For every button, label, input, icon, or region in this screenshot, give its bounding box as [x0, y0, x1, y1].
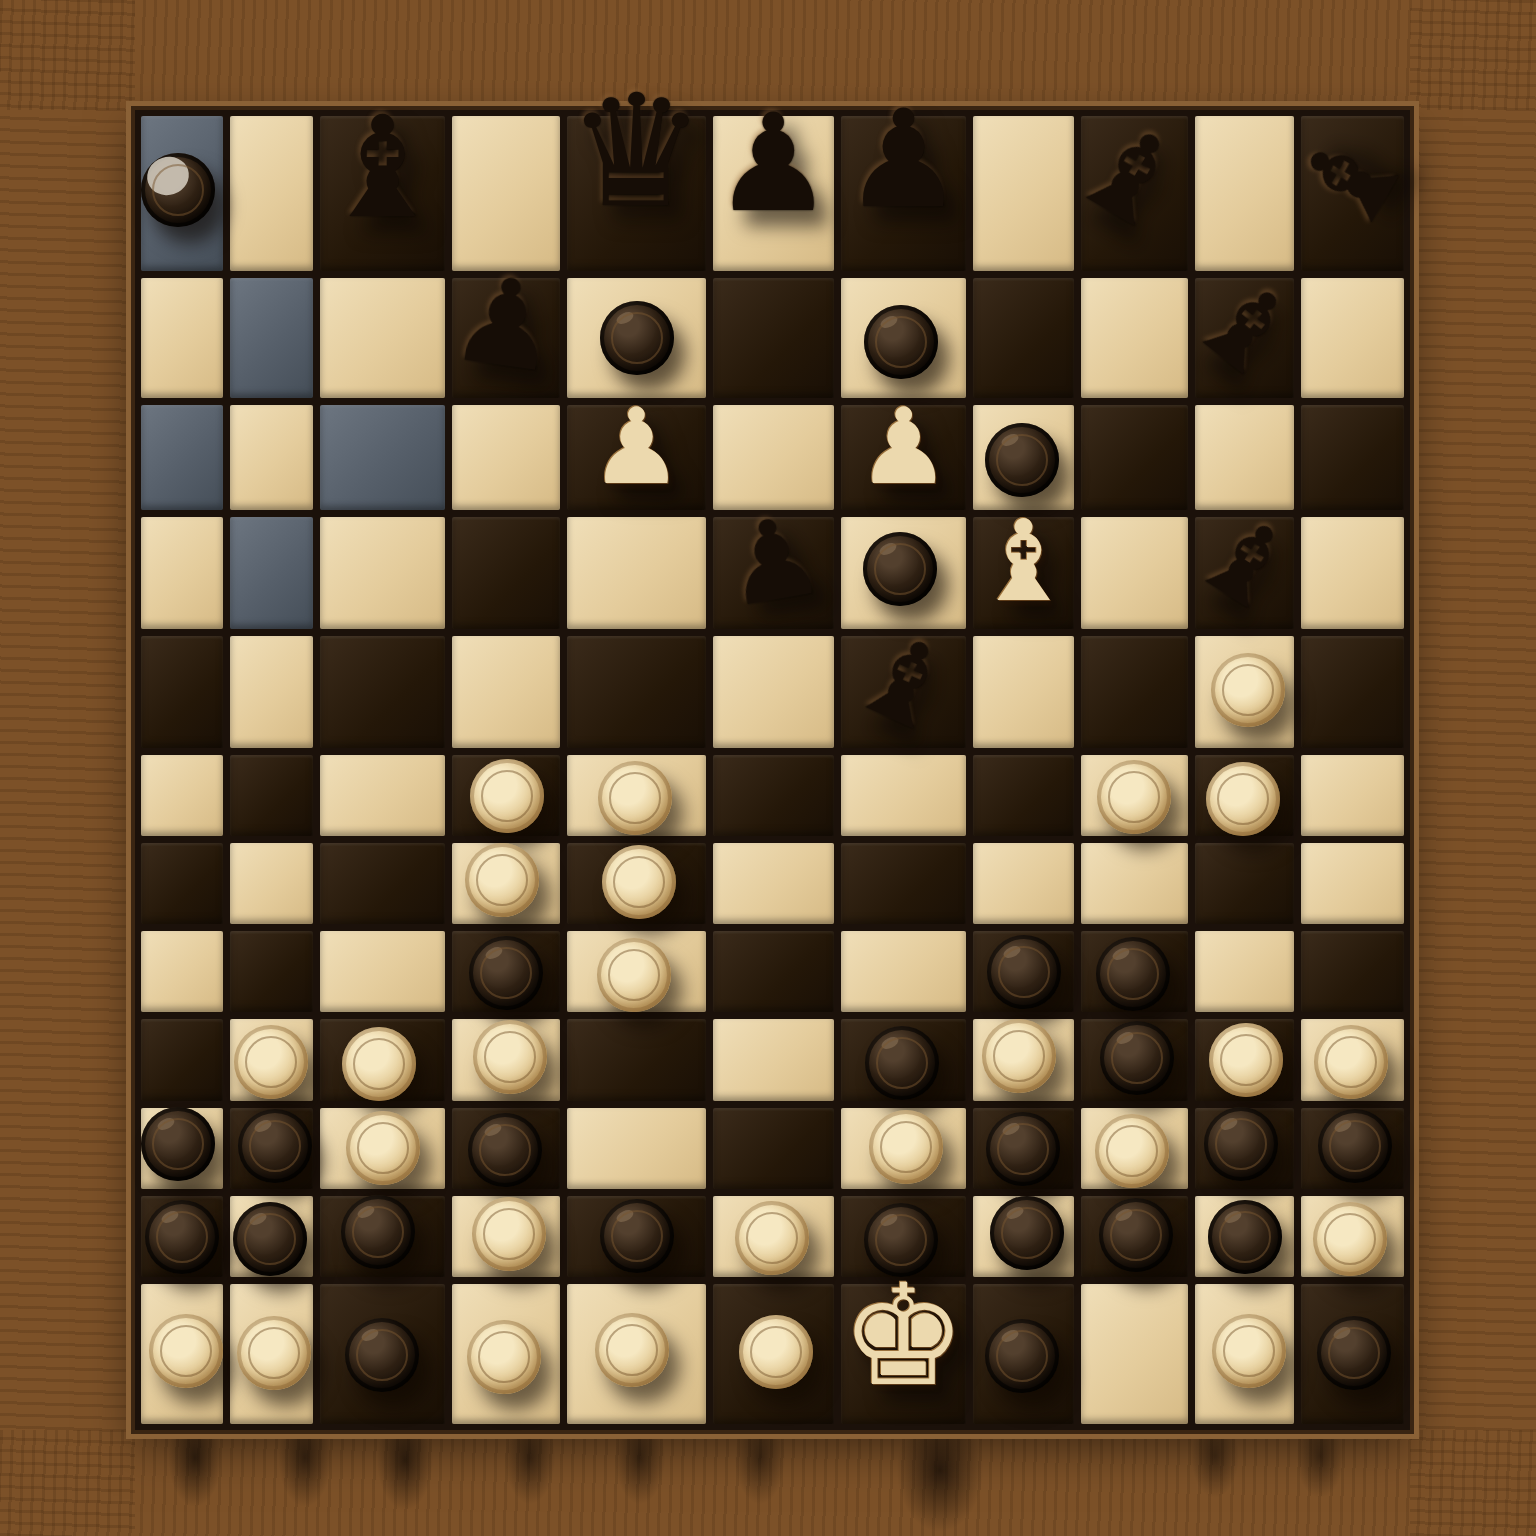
- black-pawn-disc[interactable]: [987, 935, 1061, 1009]
- square-r5c1[interactable]: [230, 755, 312, 836]
- white-pawn-disc[interactable]: [1313, 1202, 1387, 1276]
- white-pawn-disc[interactable]: [597, 938, 671, 1012]
- square-r7c3[interactable]: [452, 931, 560, 1012]
- square-r5c8[interactable]: [1081, 755, 1189, 836]
- white-pawn-disc[interactable]: [982, 1019, 1056, 1093]
- white-pawn-disc[interactable]: [602, 845, 676, 919]
- square-r3c3[interactable]: [452, 517, 560, 629]
- black-bishop[interactable]: ♝: [1275, 106, 1426, 253]
- square-r1c7[interactable]: [973, 278, 1073, 398]
- square-r4c1[interactable]: [230, 636, 312, 748]
- square-r10c1[interactable]: [230, 1196, 312, 1277]
- square-r10c4[interactable]: [567, 1196, 706, 1277]
- square-r11c10[interactable]: [1301, 1284, 1404, 1424]
- square-r3c9[interactable]: ♝: [1195, 517, 1294, 629]
- white-pawn-disc[interactable]: [598, 761, 672, 835]
- black-queen[interactable]: ♛: [567, 74, 706, 229]
- square-r2c4[interactable]: ♟: [567, 405, 706, 510]
- square-r5c4[interactable]: [567, 755, 706, 836]
- square-r6c4[interactable]: [567, 843, 706, 924]
- black-pawn-disc[interactable]: [986, 1112, 1060, 1186]
- square-r11c3[interactable]: [452, 1284, 560, 1424]
- chessboard-photo: ♝♛♟♟♝♝♟♝♟♟♟♝♝♝♚: [0, 0, 1536, 1536]
- square-r4c2[interactable]: [320, 636, 446, 748]
- square-r8c9[interactable]: [1195, 1019, 1294, 1100]
- square-r4c5[interactable]: [713, 636, 834, 748]
- white-pawn-disc[interactable]: [1209, 1023, 1283, 1097]
- square-r3c0[interactable]: [141, 517, 223, 629]
- square-r11c0[interactable]: [141, 1284, 223, 1424]
- square-r7c9[interactable]: [1195, 931, 1294, 1012]
- square-r10c9[interactable]: [1195, 1196, 1294, 1277]
- square-r9c2[interactable]: [320, 1108, 446, 1189]
- square-r1c5[interactable]: [713, 278, 834, 398]
- square-r5c5[interactable]: [713, 755, 834, 836]
- square-r4c4[interactable]: [567, 636, 706, 748]
- square-r3c7[interactable]: ♝: [973, 517, 1073, 629]
- square-r9c8[interactable]: [1081, 1108, 1189, 1189]
- square-r7c5[interactable]: [713, 931, 834, 1012]
- white-pawn-disc[interactable]: [472, 1197, 546, 1271]
- chess-board: ♝♛♟♟♝♝♟♝♟♟♟♝♝♝♚: [135, 110, 1410, 1430]
- black-pawn-disc[interactable]: [990, 1196, 1064, 1270]
- square-r0c2[interactable]: ♝: [320, 116, 446, 271]
- square-r6c0[interactable]: [141, 843, 223, 924]
- black-pawn[interactable]: ♟: [715, 498, 831, 623]
- square-r4c6[interactable]: ♝: [841, 636, 967, 748]
- black-bishop[interactable]: ♝: [1054, 97, 1207, 255]
- square-r0c8[interactable]: ♝: [1081, 116, 1189, 271]
- black-pawn-disc[interactable]: [863, 532, 937, 606]
- square-r3c1[interactable]: [230, 517, 312, 629]
- square-r11c9[interactable]: [1195, 1284, 1294, 1424]
- white-pawn-disc[interactable]: [1097, 760, 1171, 834]
- square-r4c10[interactable]: [1301, 636, 1404, 748]
- white-pawn-disc[interactable]: [1095, 1114, 1169, 1188]
- white-pawn-disc[interactable]: [595, 1313, 669, 1387]
- black-pawn-disc[interactable]: [238, 1109, 312, 1183]
- square-r5c9[interactable]: [1195, 755, 1294, 836]
- black-pawn-disc[interactable]: [1318, 1109, 1392, 1183]
- black-bishop[interactable]: ♝: [320, 98, 446, 238]
- square-r3c4[interactable]: [567, 517, 706, 629]
- square-r3c8[interactable]: [1081, 517, 1189, 629]
- black-pawn-disc[interactable]: [864, 305, 938, 379]
- square-r1c8[interactable]: [1081, 278, 1189, 398]
- square-r9c6[interactable]: [841, 1108, 967, 1189]
- square-r10c3[interactable]: [452, 1196, 560, 1277]
- square-r1c0[interactable]: [141, 278, 223, 398]
- white-pawn-disc[interactable]: [467, 1320, 541, 1394]
- square-r10c10[interactable]: [1301, 1196, 1404, 1277]
- square-r9c3[interactable]: [452, 1108, 560, 1189]
- square-r4c3[interactable]: [452, 636, 560, 748]
- square-r8c1[interactable]: [230, 1019, 312, 1100]
- square-r0c5[interactable]: ♟: [713, 116, 834, 271]
- black-pawn-disc[interactable]: [600, 1199, 674, 1273]
- black-pawn-disc[interactable]: [233, 1202, 307, 1276]
- black-pawn-disc[interactable]: [341, 1195, 415, 1269]
- black-pawn-disc[interactable]: [1099, 1198, 1173, 1272]
- square-r2c10[interactable]: [1301, 405, 1404, 510]
- black-bishop[interactable]: ♝: [1177, 492, 1316, 635]
- square-r8c3[interactable]: [452, 1019, 560, 1100]
- black-pawn-disc[interactable]: [141, 1107, 215, 1181]
- square-r1c9[interactable]: ♝: [1195, 278, 1294, 398]
- black-pawn-disc[interactable]: [1096, 937, 1170, 1011]
- white-pawn-disc[interactable]: [1314, 1025, 1388, 1099]
- frame-left: [0, 0, 135, 1536]
- square-r6c10[interactable]: [1301, 843, 1404, 924]
- square-r6c2[interactable]: [320, 843, 446, 924]
- square-r9c0[interactable]: [141, 1108, 223, 1189]
- square-r4c7[interactable]: [973, 636, 1073, 748]
- black-bishop[interactable]: ♝: [1174, 254, 1319, 401]
- square-r4c0[interactable]: [141, 636, 223, 748]
- black-pawn-disc[interactable]: [865, 1026, 939, 1100]
- square-r8c7[interactable]: [973, 1019, 1073, 1100]
- square-r2c8[interactable]: [1081, 405, 1189, 510]
- square-r10c5[interactable]: [713, 1196, 834, 1277]
- square-r4c9[interactable]: [1195, 636, 1294, 748]
- square-r2c1[interactable]: [230, 405, 312, 510]
- frame-right: [1410, 0, 1536, 1536]
- square-r6c8[interactable]: [1081, 843, 1189, 924]
- white-pawn-disc[interactable]: [470, 759, 544, 833]
- square-r1c6[interactable]: [841, 278, 967, 398]
- white-pawn-disc[interactable]: [473, 1020, 547, 1094]
- white-bishop[interactable]: ♝: [973, 505, 1073, 617]
- square-r7c4[interactable]: [567, 931, 706, 1012]
- square-r9c7[interactable]: [973, 1108, 1073, 1189]
- square-r1c2[interactable]: [320, 278, 446, 398]
- white-pawn-disc[interactable]: [237, 1316, 311, 1390]
- square-r11c1[interactable]: [230, 1284, 312, 1424]
- black-bishop[interactable]: ♝: [837, 610, 974, 753]
- square-r6c3[interactable]: [452, 843, 560, 924]
- white-pawn-disc[interactable]: [869, 1110, 943, 1184]
- black-pawn-disc[interactable]: [1317, 1316, 1391, 1390]
- square-r11c2[interactable]: [320, 1284, 446, 1424]
- square-r4c8[interactable]: [1081, 636, 1189, 748]
- black-pawn-disc[interactable]: [985, 423, 1059, 497]
- square-r10c0[interactable]: [141, 1196, 223, 1277]
- square-r1c4[interactable]: [567, 278, 706, 398]
- square-r6c7[interactable]: [973, 843, 1073, 924]
- square-r5c10[interactable]: [1301, 755, 1404, 836]
- white-pawn-disc[interactable]: [234, 1025, 308, 1099]
- square-r6c1[interactable]: [230, 843, 312, 924]
- white-pawn-disc[interactable]: [1212, 1314, 1286, 1388]
- white-pawn[interactable]: ♟: [589, 395, 683, 500]
- square-r8c10[interactable]: [1301, 1019, 1404, 1100]
- white-pawn-disc[interactable]: [735, 1201, 809, 1275]
- square-r7c0[interactable]: [141, 931, 223, 1012]
- square-r3c5[interactable]: ♟: [713, 517, 834, 629]
- square-r2c7[interactable]: [973, 405, 1073, 510]
- frame-bottom: [0, 1430, 1536, 1536]
- square-r2c6[interactable]: ♟: [841, 405, 967, 510]
- square-r0c10[interactable]: ♝: [1301, 116, 1404, 271]
- square-r11c8[interactable]: [1081, 1284, 1189, 1424]
- square-r2c0[interactable]: [141, 405, 223, 510]
- square-r7c1[interactable]: [230, 931, 312, 1012]
- square-r6c9[interactable]: [1195, 843, 1294, 924]
- square-r8c4[interactable]: [567, 1019, 706, 1100]
- square-r11c4[interactable]: [567, 1284, 706, 1424]
- square-r11c5[interactable]: [713, 1284, 834, 1424]
- square-r11c6[interactable]: ♚: [841, 1284, 967, 1424]
- square-r9c9[interactable]: [1195, 1108, 1294, 1189]
- square-r9c1[interactable]: [230, 1108, 312, 1189]
- square-r0c6[interactable]: ♟: [841, 116, 967, 271]
- square-r0c4[interactable]: ♛: [567, 116, 706, 271]
- white-pawn-disc[interactable]: [342, 1027, 416, 1101]
- square-r5c7[interactable]: [973, 755, 1073, 836]
- square-r2c2[interactable]: [320, 405, 446, 510]
- white-king[interactable]: ♚: [841, 1266, 967, 1406]
- black-pawn[interactable]: ♟: [843, 92, 964, 227]
- square-r6c5[interactable]: [713, 843, 834, 924]
- black-pawn-disc[interactable]: [985, 1319, 1059, 1393]
- square-r7c8[interactable]: [1081, 931, 1189, 1012]
- black-pawn-disc[interactable]: [145, 1200, 219, 1274]
- square-r7c7[interactable]: [973, 931, 1073, 1012]
- white-pawn[interactable]: ♟: [856, 395, 950, 500]
- white-pawn-disc[interactable]: [1206, 762, 1280, 836]
- black-pawn[interactable]: ♟: [444, 257, 567, 391]
- square-r8c8[interactable]: [1081, 1019, 1189, 1100]
- black-pawn[interactable]: ♟: [713, 96, 834, 231]
- black-pawn-disc[interactable]: [345, 1318, 419, 1392]
- black-pawn-disc[interactable]: [468, 1113, 542, 1187]
- square-r0c0[interactable]: [141, 116, 223, 271]
- square-r1c10[interactable]: [1301, 278, 1404, 398]
- square-r5c3[interactable]: [452, 755, 560, 836]
- square-r10c8[interactable]: [1081, 1196, 1189, 1277]
- black-pawn-disc[interactable]: [1100, 1021, 1174, 1095]
- black-pawn-disc[interactable]: [1204, 1107, 1278, 1181]
- square-r5c2[interactable]: [320, 755, 446, 836]
- black-pawn-disc[interactable]: [600, 301, 674, 375]
- square-r2c5[interactable]: [713, 405, 834, 510]
- square-r9c10[interactable]: [1301, 1108, 1404, 1189]
- white-pawn-disc[interactable]: [346, 1111, 420, 1185]
- square-r6c6[interactable]: [841, 843, 967, 924]
- white-pawn-disc[interactable]: [1211, 653, 1285, 727]
- square-r7c6[interactable]: [841, 931, 967, 1012]
- square-r0c1[interactable]: [230, 116, 312, 271]
- square-r8c6[interactable]: [841, 1019, 967, 1100]
- square-r1c3[interactable]: ♟: [452, 278, 560, 398]
- square-r9c4[interactable]: [567, 1108, 706, 1189]
- black-pawn-disc[interactable]: [141, 153, 215, 227]
- square-r10c2[interactable]: [320, 1196, 446, 1277]
- square-r7c2[interactable]: [320, 931, 446, 1012]
- square-r8c0[interactable]: [141, 1019, 223, 1100]
- square-r10c7[interactable]: [973, 1196, 1073, 1277]
- white-pawn-disc[interactable]: [149, 1314, 223, 1388]
- white-pawn-disc[interactable]: [739, 1315, 813, 1389]
- square-r5c6[interactable]: [841, 755, 967, 836]
- square-r5c0[interactable]: [141, 755, 223, 836]
- square-r7c10[interactable]: [1301, 931, 1404, 1012]
- square-r11c7[interactable]: [973, 1284, 1073, 1424]
- square-r2c3[interactable]: [452, 405, 560, 510]
- square-r9c5[interactable]: [713, 1108, 834, 1189]
- black-pawn-disc[interactable]: [469, 936, 543, 1010]
- square-r8c2[interactable]: [320, 1019, 446, 1100]
- square-r3c2[interactable]: [320, 517, 446, 629]
- white-pawn-disc[interactable]: [465, 843, 539, 917]
- square-r1c1[interactable]: [230, 278, 312, 398]
- black-pawn-disc[interactable]: [1208, 1200, 1282, 1274]
- square-r8c5[interactable]: [713, 1019, 834, 1100]
